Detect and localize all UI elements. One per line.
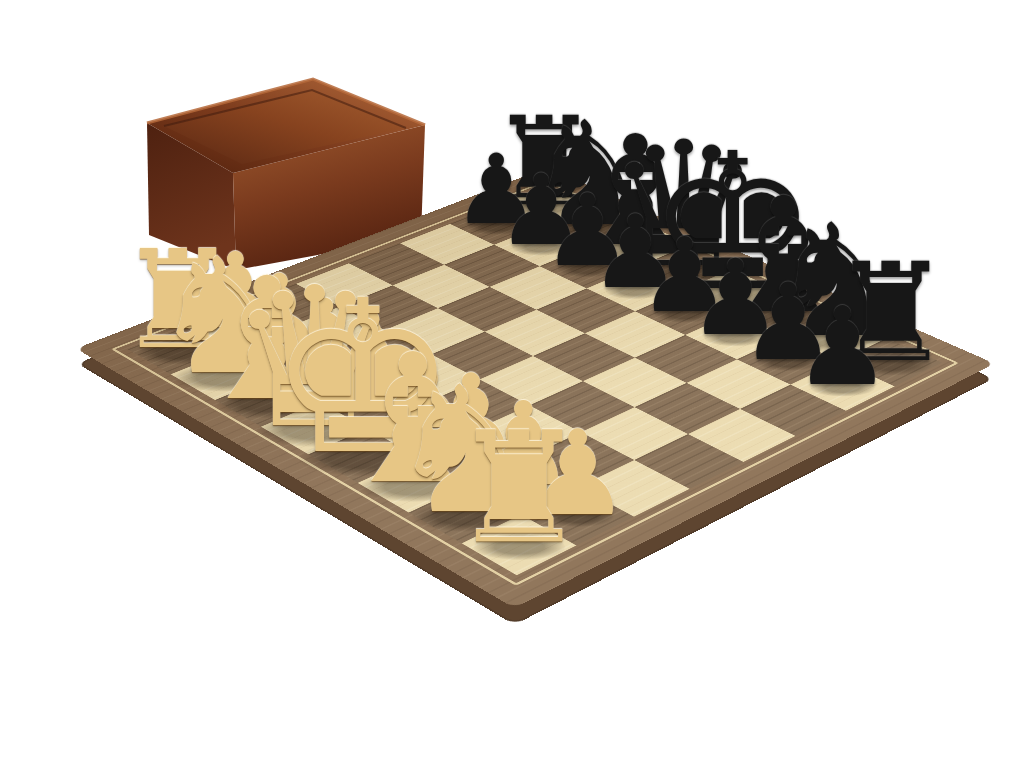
- chess-set-scene: ♜♞♝♛♚♝♞♜♟♟♟♟♟♟♟♟♟♟♟♟♟♟♟♟♜♞♝♛♚♝♞♜: [0, 0, 1024, 768]
- piece-shadow: [473, 534, 565, 560]
- piece-white-rook[interactable]: ♜: [450, 413, 587, 566]
- piece-shadow: [810, 378, 875, 396]
- piece-black-pawn[interactable]: ♟: [794, 293, 891, 401]
